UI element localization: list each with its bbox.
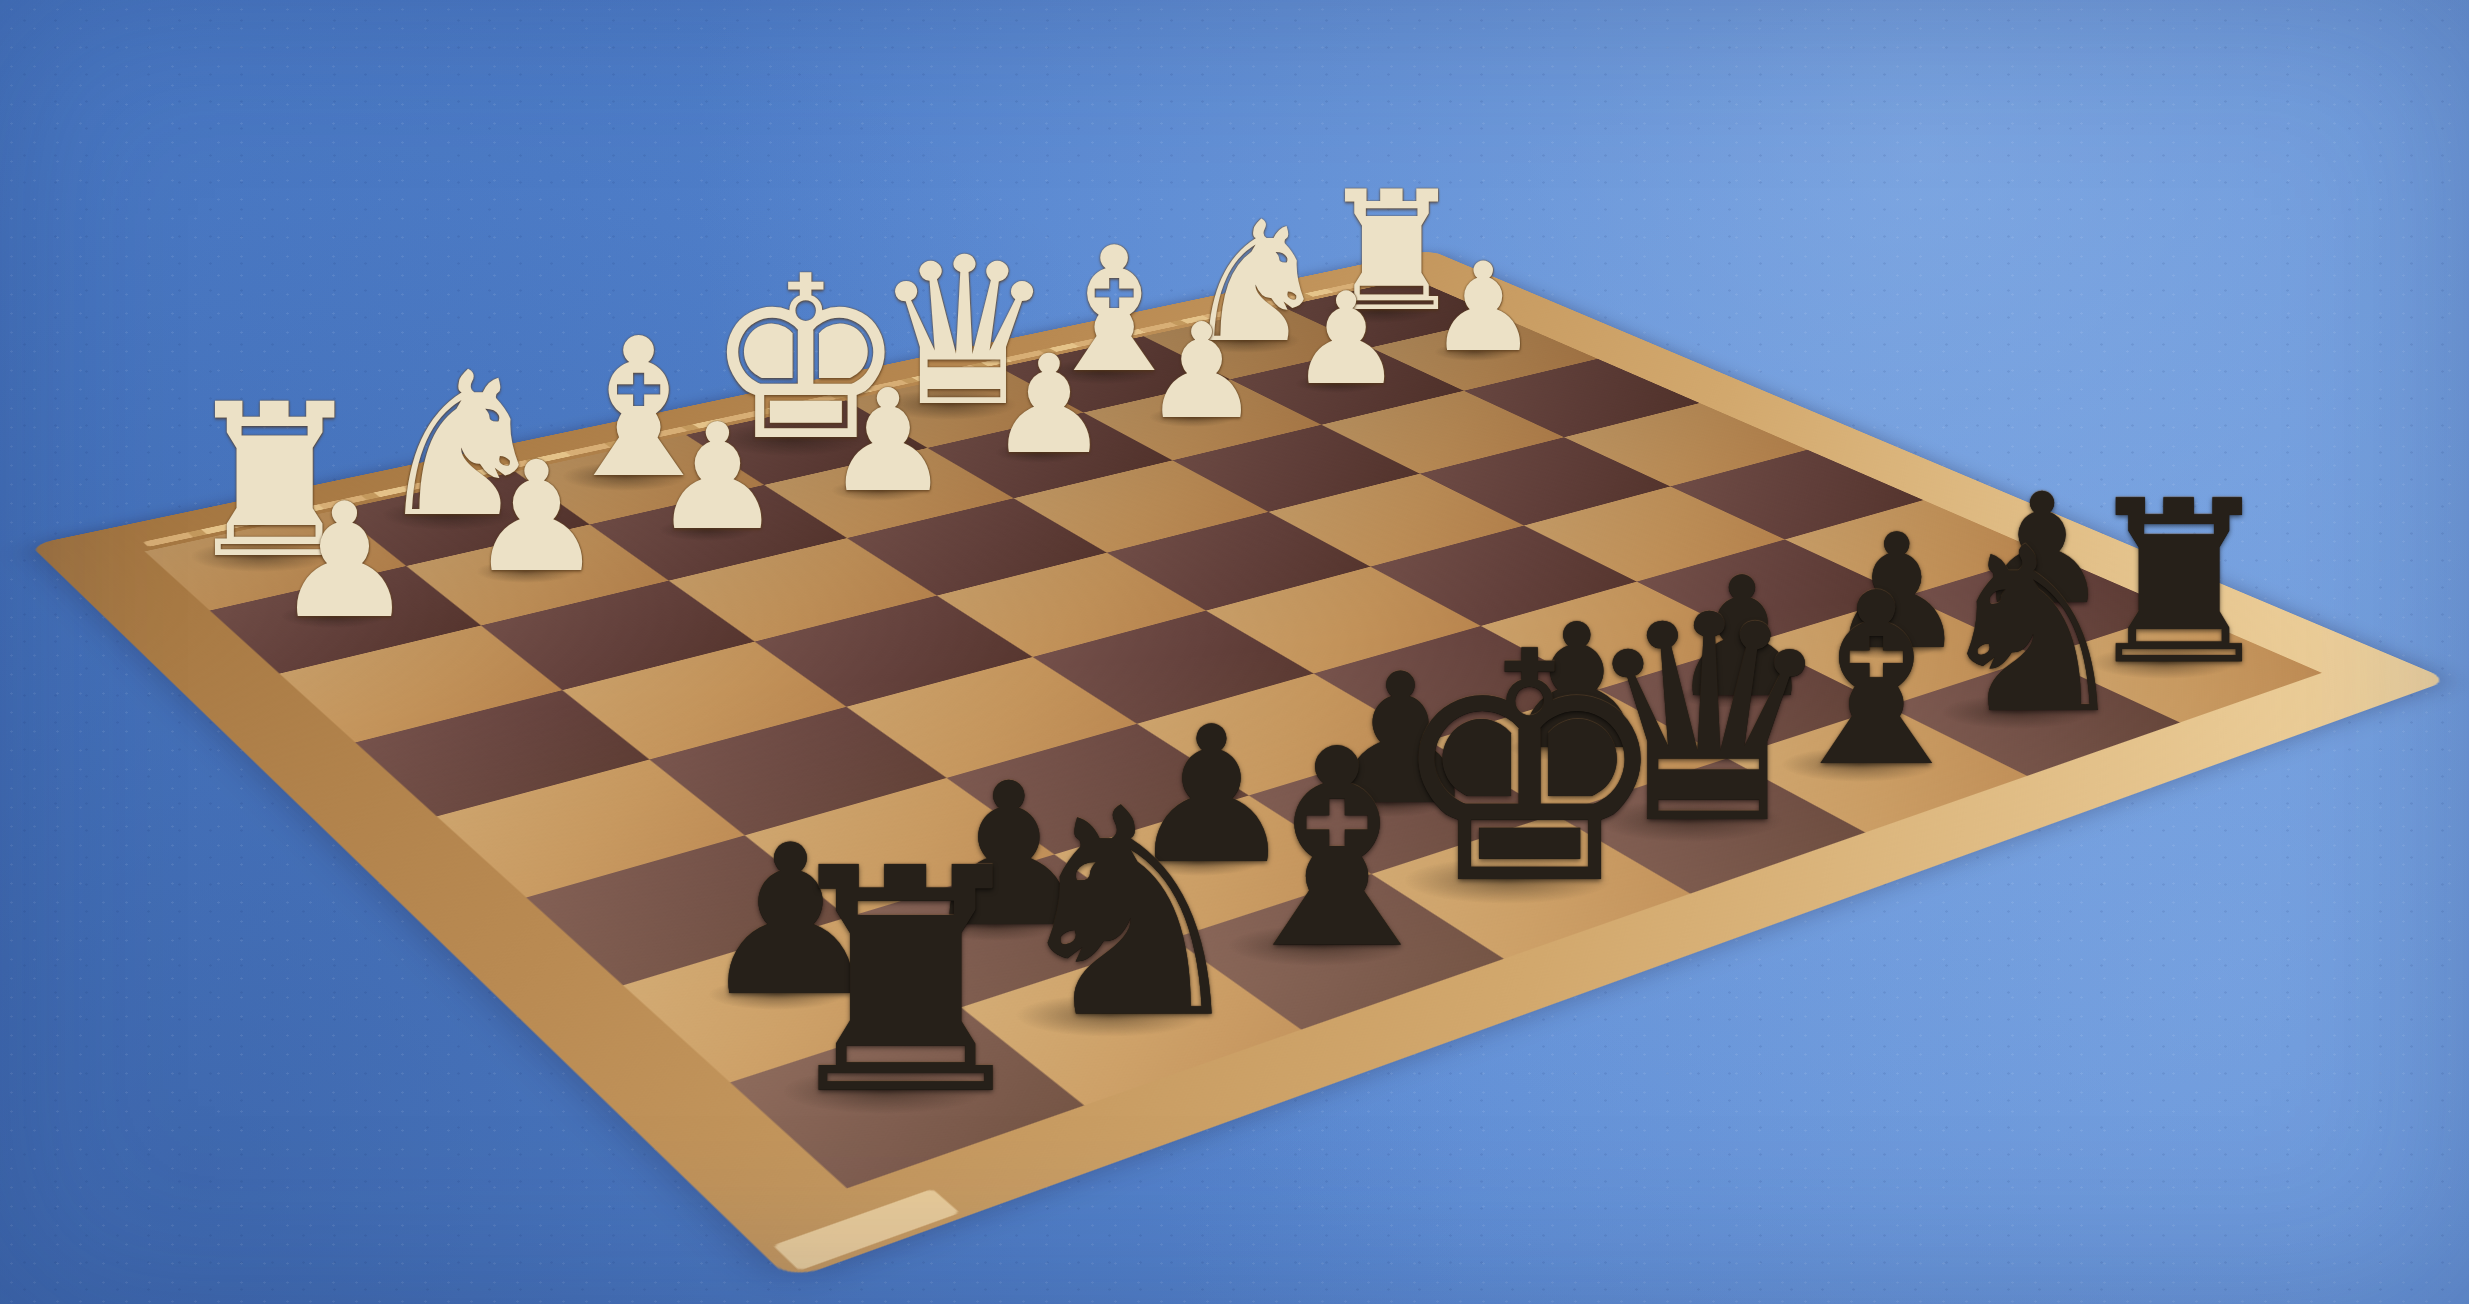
piece-white-pawn-h2: ♟: [273, 482, 415, 641]
pieces-layer: ♜♞♝♛♚♝♞♜♟♟♟♟♟♟♟♟♟♟♟♟♟♟♟♟♜♞♝♛♚♝♞♜: [0, 0, 2469, 1304]
piece-white-pawn-e2: ♟: [825, 370, 952, 511]
piece-white-pawn-f2: ♟: [652, 405, 783, 552]
piece-black-rook-h8: ♜: [767, 828, 1044, 1137]
piece-white-pawn-d2: ♟: [988, 337, 1110, 473]
piece-white-pawn-b2: ♟: [1289, 276, 1403, 403]
piece-white-pawn-a2: ♟: [1428, 248, 1538, 371]
piece-white-pawn-g2: ♟: [468, 442, 605, 594]
photo-scene: ♜♞♝♛♚♝♞♜♟♟♟♟♟♟♟♟♟♟♟♟♟♟♟♟♜♞♝♛♚♝♞♜: [0, 0, 2469, 1304]
piece-white-pawn-c2: ♟: [1143, 306, 1261, 437]
